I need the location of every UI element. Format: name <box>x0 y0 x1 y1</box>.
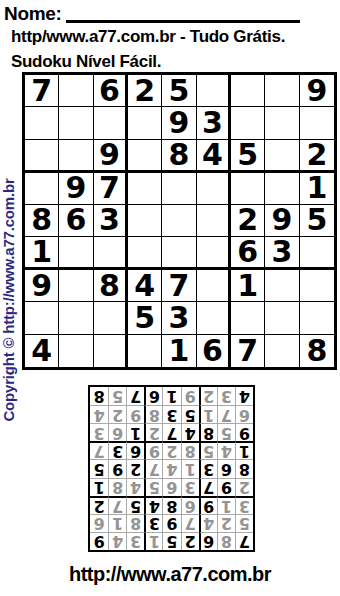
solution-cell-r9c4: 9 <box>181 387 199 405</box>
copyright-vertical-text: Copyright © http://www.a77.com.br <box>0 150 18 450</box>
puzzle-cell-r4c4[interactable] <box>128 173 162 205</box>
puzzle-cell-r6c3[interactable] <box>94 237 128 270</box>
solution-cell-r8c8: 2 <box>108 405 126 423</box>
puzzle-cell-r6c6[interactable] <box>197 237 231 270</box>
solution-cell-r8c3: 1 <box>199 405 217 423</box>
solution-cell-r1c8: 4 <box>108 532 126 550</box>
puzzle-cell-r8c4[interactable]: 5 <box>128 302 162 334</box>
puzzle-cell-r4c3[interactable]: 7 <box>94 173 128 205</box>
puzzle-cell-r6c9[interactable] <box>300 237 334 270</box>
solution-cell-r8c9: 4 <box>90 405 108 423</box>
puzzle-cell-r8c2[interactable] <box>59 302 93 334</box>
solution-cell-r9c7: 7 <box>126 387 144 405</box>
name-label: Nome: <box>4 4 66 23</box>
puzzle-cell-r3c1[interactable] <box>25 140 59 173</box>
solution-cell-r9c1: 4 <box>235 387 253 405</box>
solution-cell-r5c8: 9 <box>108 459 126 477</box>
name-blank-line[interactable] <box>66 5 300 23</box>
solution-cell-r8c1: 6 <box>235 405 253 423</box>
solution-cell-r6c1: 1 <box>235 441 253 459</box>
solution-cell-r2c9: 6 <box>90 514 108 532</box>
footer-url: http://www.a77.com.br <box>0 563 340 586</box>
puzzle-cell-r1c7[interactable] <box>231 75 265 107</box>
solution-cell-r3c5: 8 <box>162 496 180 514</box>
solution-cell-r4c9: 1 <box>90 478 108 496</box>
solution-cell-r6c5: 2 <box>162 441 180 459</box>
worksheet-page: Nome: http/www.a77.com.br - Tudo Grátis.… <box>0 0 340 596</box>
puzzle-cell-r3c3[interactable]: 9 <box>94 140 128 173</box>
solution-cell-r4c6: 5 <box>144 478 162 496</box>
site-title: http/www.a77.com.br - Tudo Grátis. <box>11 27 285 47</box>
solution-cell-r7c9: 3 <box>90 423 108 441</box>
puzzle-cell-r4c9[interactable]: 1 <box>300 173 334 205</box>
solution-cell-r1c4: 2 <box>181 532 199 550</box>
solution-cell-r6c6: 9 <box>144 441 162 459</box>
solution-cell-r6c3: 5 <box>199 441 217 459</box>
puzzle-cell-r1c3[interactable]: 6 <box>94 75 128 107</box>
puzzle-level-title: Sudoku Nível Fácil. <box>11 52 161 72</box>
solution-cell-r2c2: 2 <box>217 514 235 532</box>
solution-cell-r7c6: 2 <box>144 423 162 441</box>
solution-cell-r3c1: 3 <box>235 496 253 514</box>
solution-cell-r9c8: 5 <box>108 387 126 405</box>
solution-cell-r8c2: 7 <box>217 405 235 423</box>
puzzle-cell-r4c7[interactable] <box>231 173 265 205</box>
solution-cell-r7c3: 8 <box>199 423 217 441</box>
solution-cell-r9c3: 2 <box>199 387 217 405</box>
puzzle-cell-r3c2[interactable] <box>59 140 93 173</box>
solution-cell-r2c5: 9 <box>162 514 180 532</box>
solution-cell-r3c3: 9 <box>199 496 217 514</box>
name-row: Nome: <box>4 2 300 23</box>
puzzle-cell-r8c1[interactable] <box>25 302 59 334</box>
puzzle-cell-r2c6[interactable]: 3 <box>197 107 231 139</box>
solution-cell-r5c1: 8 <box>235 459 253 477</box>
puzzle-cell-r1c4[interactable]: 2 <box>128 75 162 107</box>
solution-cell-r1c6: 1 <box>144 532 162 550</box>
puzzle-cell-r8c6[interactable] <box>197 302 231 334</box>
solution-cell-r2c6: 3 <box>144 514 162 532</box>
puzzle-cell-r4c6[interactable] <box>197 173 231 205</box>
solution-cell-r6c9: 7 <box>90 441 108 459</box>
puzzle-cell-r7c4[interactable]: 4 <box>128 270 162 302</box>
solution-cell-r6c7: 6 <box>126 441 144 459</box>
solution-cell-r8c5: 3 <box>162 405 180 423</box>
puzzle-cell-r5c4[interactable] <box>128 205 162 237</box>
puzzle-cell-r7c7[interactable]: 1 <box>231 270 265 302</box>
solution-cell-r4c8: 8 <box>108 478 126 496</box>
puzzle-cell-r3c6[interactable]: 4 <box>197 140 231 173</box>
puzzle-cell-r7c3[interactable]: 8 <box>94 270 128 302</box>
puzzle-cell-r3c7[interactable]: 5 <box>231 140 265 173</box>
solution-cell-r4c5: 6 <box>162 478 180 496</box>
solution-cell-r8c4: 5 <box>181 405 199 423</box>
puzzle-cell-r4c1[interactable] <box>25 173 59 205</box>
solution-cell-r4c4: 3 <box>181 478 199 496</box>
puzzle-cell-r6c7[interactable]: 6 <box>231 237 265 270</box>
solution-cell-r5c4: 1 <box>181 459 199 477</box>
puzzle-cell-r4c8[interactable] <box>265 173 299 205</box>
puzzle-cell-r9c7[interactable]: 7 <box>231 335 265 367</box>
solution-cell-r5c3: 3 <box>199 459 217 477</box>
puzzle-cell-r3c5[interactable]: 8 <box>162 140 196 173</box>
puzzle-cell-r5c2[interactable]: 6 <box>59 205 93 237</box>
puzzle-cell-r9c5[interactable]: 1 <box>162 335 196 367</box>
puzzle-cell-r6c5[interactable] <box>162 237 196 270</box>
puzzle-cell-r8c5[interactable]: 3 <box>162 302 196 334</box>
puzzle-cell-r7c5[interactable]: 7 <box>162 270 196 302</box>
puzzle-cell-r3c8[interactable] <box>265 140 299 173</box>
solution-cell-r7c5: 7 <box>162 423 180 441</box>
puzzle-cell-r1c6[interactable] <box>197 75 231 107</box>
puzzle-cell-r7c6[interactable] <box>197 270 231 302</box>
puzzle-cell-r7c2[interactable] <box>59 270 93 302</box>
puzzle-cell-r2c3[interactable] <box>94 107 128 139</box>
puzzle-cell-r6c1[interactable]: 1 <box>25 237 59 270</box>
solution-cell-r7c7: 1 <box>126 423 144 441</box>
solution-cell-r1c7: 3 <box>126 532 144 550</box>
puzzle-cell-r7c9[interactable] <box>300 270 334 302</box>
puzzle-cell-r9c1[interactable]: 4 <box>25 335 59 367</box>
puzzle-cell-r3c9[interactable]: 2 <box>300 140 334 173</box>
solution-cell-r9c5: 1 <box>162 387 180 405</box>
solution-cell-r5c9: 5 <box>90 459 108 477</box>
solution-cell-r5c2: 6 <box>217 459 235 477</box>
puzzle-cell-r2c1[interactable] <box>25 107 59 139</box>
solution-cell-r7c1: 9 <box>235 423 253 441</box>
solution-cell-r3c2: 1 <box>217 496 235 514</box>
solution-cell-r2c8: 1 <box>108 514 126 532</box>
puzzle-cell-r5c1[interactable]: 8 <box>25 205 59 237</box>
puzzle-cell-r5c8[interactable]: 9 <box>265 205 299 237</box>
solution-cell-r6c4: 8 <box>181 441 199 459</box>
puzzle-cell-r8c9[interactable] <box>300 302 334 334</box>
puzzle-cell-r9c6[interactable]: 6 <box>197 335 231 367</box>
solution-cell-r5c5: 4 <box>162 459 180 477</box>
puzzle-cell-r4c2[interactable]: 9 <box>59 173 93 205</box>
solution-cell-r8c6: 8 <box>144 405 162 423</box>
puzzle-cell-r8c3[interactable] <box>94 302 128 334</box>
puzzle-cell-r9c8[interactable] <box>265 335 299 367</box>
puzzle-cell-r8c8[interactable] <box>265 302 299 334</box>
solution-cell-r3c6: 4 <box>144 496 162 514</box>
solution-cell-r1c1: 7 <box>235 532 253 550</box>
solution-cell-r2c4: 7 <box>181 514 199 532</box>
puzzle-cell-r2c7[interactable] <box>231 107 265 139</box>
solution-cell-r7c8: 6 <box>108 423 126 441</box>
puzzle-cell-r9c9[interactable]: 8 <box>300 335 334 367</box>
solution-cell-r4c2: 9 <box>217 478 235 496</box>
puzzle-cell-r1c9[interactable]: 9 <box>300 75 334 107</box>
puzzle-cell-r1c5[interactable]: 5 <box>162 75 196 107</box>
solution-cell-r4c1: 2 <box>235 478 253 496</box>
puzzle-cell-r5c5[interactable] <box>162 205 196 237</box>
solution-cell-r9c2: 3 <box>217 387 235 405</box>
solution-cell-r1c2: 8 <box>217 532 235 550</box>
puzzle-cell-r7c8[interactable] <box>265 270 299 302</box>
solution-cell-r6c8: 3 <box>108 441 126 459</box>
puzzle-cell-r9c3[interactable] <box>94 335 128 367</box>
puzzle-cell-r5c3[interactable]: 3 <box>94 205 128 237</box>
puzzle-cell-r6c8[interactable]: 3 <box>265 237 299 270</box>
puzzle-cell-r9c2[interactable] <box>59 335 93 367</box>
solution-cell-r3c4: 6 <box>181 496 199 514</box>
puzzle-cell-r6c4[interactable] <box>128 237 162 270</box>
puzzle-cell-r2c2[interactable] <box>59 107 93 139</box>
solution-cell-r5c6: 7 <box>144 459 162 477</box>
solution-grid: 7862513495247938163196845722973654818631… <box>88 385 255 552</box>
solution-cell-r8c7: 9 <box>126 405 144 423</box>
puzzle-cell-r5c9[interactable]: 5 <box>300 205 334 237</box>
solution-cell-r2c3: 4 <box>199 514 217 532</box>
solution-cell-r3c7: 5 <box>126 496 144 514</box>
solution-cell-r1c5: 5 <box>162 532 180 550</box>
puzzle-cell-r7c1[interactable]: 9 <box>25 270 59 302</box>
puzzle-cell-r5c7[interactable]: 2 <box>231 205 265 237</box>
puzzle-cell-r1c8[interactable] <box>265 75 299 107</box>
puzzle-cell-r6c2[interactable] <box>59 237 93 270</box>
solution-cell-r6c2: 4 <box>217 441 235 459</box>
solution-cell-r9c9: 8 <box>90 387 108 405</box>
solution-cell-r7c4: 4 <box>181 423 199 441</box>
puzzle-cell-r2c9[interactable] <box>300 107 334 139</box>
solution-cell-r2c7: 8 <box>126 514 144 532</box>
solution-cell-r2c1: 5 <box>235 514 253 532</box>
solution-cell-r1c3: 6 <box>199 532 217 550</box>
puzzle-cell-r1c2[interactable] <box>59 75 93 107</box>
solution-cell-r7c2: 5 <box>217 423 235 441</box>
puzzle-cell-r1c1[interactable]: 7 <box>25 75 59 107</box>
puzzle-cell-r3c4[interactable] <box>128 140 162 173</box>
puzzle-cell-r9c4[interactable] <box>128 335 162 367</box>
solution-cell-r4c7: 4 <box>126 478 144 496</box>
puzzle-cell-r8c7[interactable] <box>231 302 265 334</box>
puzzle-cell-r4c5[interactable] <box>162 173 196 205</box>
solution-cell-r5c7: 2 <box>126 459 144 477</box>
puzzle-cell-r2c5[interactable]: 9 <box>162 107 196 139</box>
solution-cell-r3c9: 2 <box>90 496 108 514</box>
solution-cell-r9c6: 6 <box>144 387 162 405</box>
puzzle-grid: 762599398452971863295163984715341678 <box>22 72 337 370</box>
puzzle-cell-r2c4[interactable] <box>128 107 162 139</box>
puzzle-cell-r5c6[interactable] <box>197 205 231 237</box>
solution-cell-r4c3: 7 <box>199 478 217 496</box>
solution-cell-r3c8: 7 <box>108 496 126 514</box>
puzzle-cell-r2c8[interactable] <box>265 107 299 139</box>
solution-cell-r1c9: 9 <box>90 532 108 550</box>
